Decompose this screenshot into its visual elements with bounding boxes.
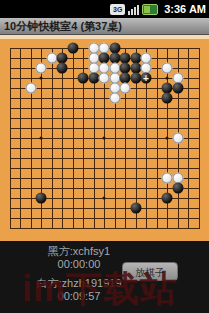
grid-line-h bbox=[10, 228, 200, 229]
star-point bbox=[40, 77, 43, 80]
black-stone bbox=[162, 193, 173, 204]
star-point bbox=[40, 137, 43, 140]
battery-icon bbox=[142, 4, 158, 15]
white-stone bbox=[172, 133, 183, 144]
star-point bbox=[166, 137, 169, 140]
grid-line-h bbox=[10, 158, 200, 159]
players-panel: 黑方:xchfsy1 00:00:00 白方:zhzh191919 00:09:… bbox=[0, 241, 209, 313]
signal-icon bbox=[128, 4, 139, 15]
white-stone bbox=[36, 63, 47, 74]
black-stone bbox=[172, 83, 183, 94]
title-bar: 10分钟快棋室4 (第37桌) bbox=[0, 18, 209, 35]
star-point bbox=[103, 137, 106, 140]
go-board[interactable]: + bbox=[0, 39, 209, 241]
white-stone bbox=[109, 93, 120, 104]
place-stone-button[interactable]: 放棋子 bbox=[122, 262, 178, 281]
white-player-clock: 00:09:57 bbox=[14, 290, 144, 303]
star-point bbox=[166, 77, 169, 80]
white-stone bbox=[120, 83, 131, 94]
white-stone bbox=[162, 63, 173, 74]
grid-line-h bbox=[10, 118, 200, 119]
black-player-label: 黑方:xchfsy1 bbox=[14, 245, 144, 258]
status-bar: 3G 3:36 AM bbox=[0, 0, 209, 18]
black-stone bbox=[172, 183, 183, 194]
black-stone bbox=[162, 93, 173, 104]
last-move-marker: + bbox=[141, 73, 152, 84]
grid-line-h bbox=[10, 208, 200, 209]
status-time: 3:36 AM bbox=[164, 3, 206, 15]
black-stone bbox=[57, 63, 68, 74]
grid-line-h bbox=[10, 128, 200, 129]
white-stone bbox=[25, 83, 36, 94]
star-point bbox=[103, 197, 106, 200]
white-stone bbox=[99, 73, 110, 84]
black-stone bbox=[130, 73, 141, 84]
grid-line-h bbox=[10, 108, 200, 109]
black-stone bbox=[78, 73, 89, 84]
page-title: 10分钟快棋室4 (第37桌) bbox=[4, 20, 122, 32]
black-stone bbox=[36, 193, 47, 204]
grid-line-h bbox=[10, 188, 200, 189]
white-stone bbox=[162, 173, 173, 184]
app-screen: 3G 3:36 AM 10分钟快棋室4 (第37桌) + 黑方:xchfsy1 … bbox=[0, 0, 209, 313]
grid-line-h bbox=[10, 218, 200, 219]
black-stone bbox=[88, 73, 99, 84]
grid-line-h bbox=[10, 168, 200, 169]
3g-icon: 3G bbox=[110, 4, 125, 15]
grid-line-h bbox=[10, 148, 200, 149]
black-stone bbox=[67, 43, 78, 54]
black-stone bbox=[130, 203, 141, 214]
white-stone bbox=[46, 53, 57, 64]
